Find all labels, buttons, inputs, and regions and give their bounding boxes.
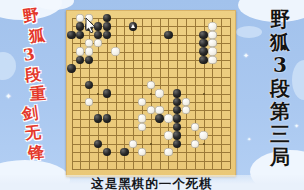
black-stone [94,114,102,122]
black-stone [173,123,181,131]
banner-char: 狐 [260,31,300,54]
black-stone [164,31,172,39]
black-stone [199,47,207,55]
black-stone [103,31,111,39]
star-point [150,143,152,145]
white-stone [138,148,146,156]
cloud [236,26,262,38]
grid-line [168,18,169,169]
black-stone [85,56,93,64]
white-stone [138,98,146,106]
banner-char: 段 [260,77,300,100]
white-stone [76,14,84,22]
white-stone [138,123,146,131]
white-stone [199,131,207,139]
white-stone [155,89,163,97]
white-stone [94,39,102,47]
white-stone [208,22,216,30]
black-stone [173,140,181,148]
black-stone [85,81,93,89]
black-stone [199,31,207,39]
black-stone [173,114,181,122]
black-stone [120,148,128,156]
right-banner-title: 野狐3段第三局 [260,8,300,169]
white-stone [208,39,216,47]
last-move-marker [131,24,135,28]
video-frame: ✦ ✦ ✦ ✦ 野狐3段重剑无锋 野狐3段第三局 这是黑棋的一个死棋 [0,0,304,190]
white-stone [208,47,216,55]
black-stone [155,114,163,122]
star-sparkle: ✦ [243,52,249,60]
black-stone [103,14,111,22]
white-stone [182,98,190,106]
black-stone [76,31,84,39]
white-stone [191,123,199,131]
white-stone [85,14,93,22]
star-point [150,42,152,44]
black-stone [76,22,84,30]
banner-char: 第 [260,100,300,123]
banner-char: 3 [260,54,300,77]
grid-line [72,102,231,103]
black-stone [94,22,102,30]
black-stone [94,140,102,148]
white-stone [85,39,93,47]
white-stone [138,114,146,122]
star-point [150,93,152,95]
star-sparkle: ✦ [247,136,251,142]
white-stone [191,140,199,148]
black-stone [67,64,75,72]
black-stone [199,56,207,64]
grid-line [72,169,231,170]
black-stone [67,31,75,39]
black-stone [199,39,207,47]
white-stone [164,148,172,156]
white-stone [164,131,172,139]
star-point [97,93,99,95]
black-stone [76,56,84,64]
go-board[interactable] [66,10,236,177]
white-stone [85,98,93,106]
caption-text: 这是黑棋的一个死棋 [0,176,304,190]
white-stone [76,47,84,55]
banner-char: 锋 [9,141,62,164]
black-stone [103,148,111,156]
grid-line [221,18,222,169]
grid-line [72,161,231,162]
white-stone [208,56,216,64]
black-stone [173,89,181,97]
white-stone [111,47,119,55]
white-stone [85,47,93,55]
grid-line [72,127,231,128]
black-stone [103,89,111,97]
grid-line [230,18,231,169]
banner-char: 三 [260,123,300,146]
white-stone [182,106,190,114]
white-stone [155,106,163,114]
star-point [203,143,205,145]
black-stone [94,31,102,39]
banner-char: 野 [260,8,300,31]
white-stone [147,81,155,89]
black-stone [85,22,93,30]
grid-line [186,18,187,169]
star-point [203,93,205,95]
white-stone [129,140,137,148]
white-stone [147,106,155,114]
banner-char: 局 [260,146,300,169]
white-stone [208,31,216,39]
black-stone [103,22,111,30]
grid-line [72,152,231,153]
banner-char: 重 [12,83,65,105]
left-banner-title: 野狐3段重剑无锋 [8,6,60,162]
black-stone [173,98,181,106]
black-stone [173,131,181,139]
white-stone [164,114,172,122]
black-stone [103,114,111,122]
black-stone [173,106,181,114]
